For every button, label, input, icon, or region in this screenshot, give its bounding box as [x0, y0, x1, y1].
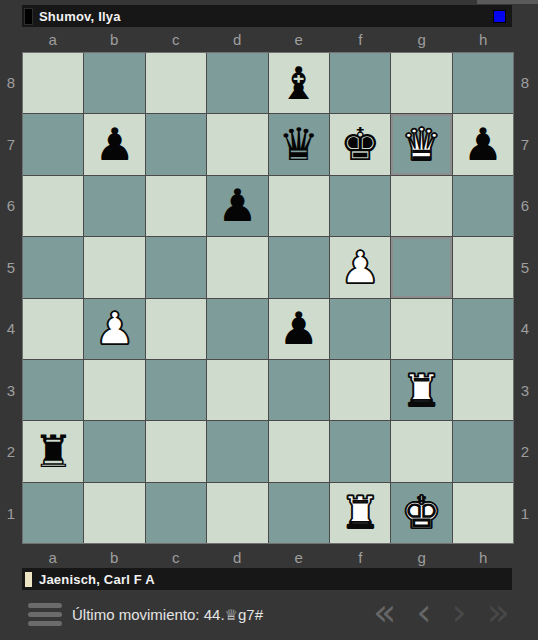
blue-square-indicator — [493, 10, 506, 23]
rank-label-5: 5 — [0, 237, 22, 299]
nav-prev-button[interactable]: ‹ — [416, 593, 431, 637]
last-move-status: Último movimiento: 44.♕g7# — [72, 606, 263, 624]
square-c8[interactable] — [146, 53, 206, 113]
black-bishop: ♝ — [279, 61, 319, 106]
black-color-indicator — [25, 9, 32, 24]
rank-label-7: 7 — [0, 114, 22, 176]
file-label-g: g — [391, 27, 453, 51]
square-d4[interactable] — [207, 299, 267, 359]
square-a1[interactable] — [23, 483, 83, 543]
square-b4[interactable]: ♟ — [84, 299, 144, 359]
square-c6[interactable] — [146, 176, 206, 236]
top-player-bar: Shumov, Ilya — [22, 5, 512, 27]
white-pawn: ♟ — [340, 245, 380, 290]
square-b6[interactable] — [84, 176, 144, 236]
square-b1[interactable] — [84, 483, 144, 543]
file-label-d: d — [207, 27, 269, 51]
square-h8[interactable] — [453, 53, 513, 113]
square-g4[interactable] — [391, 299, 451, 359]
white-queen: ♛ — [401, 122, 441, 167]
square-c5[interactable] — [146, 237, 206, 297]
square-b8[interactable] — [84, 53, 144, 113]
file-label-c: c — [145, 545, 207, 569]
menu-hamburger-icon[interactable] — [28, 603, 62, 626]
square-a7[interactable] — [23, 114, 83, 174]
rank-label-8: 8 — [0, 52, 22, 114]
square-f4[interactable] — [330, 299, 390, 359]
square-e8[interactable]: ♝ — [269, 53, 329, 113]
file-label-f: f — [330, 27, 392, 51]
square-f6[interactable] — [330, 176, 390, 236]
square-a2[interactable]: ♜ — [23, 421, 83, 481]
nav-last-button[interactable]: » — [487, 593, 510, 637]
square-h6[interactable] — [453, 176, 513, 236]
black-pawn: ♟ — [217, 183, 257, 228]
square-g3[interactable]: ♜ — [391, 360, 451, 420]
nav-next-button[interactable]: › — [452, 593, 467, 637]
white-pawn: ♟ — [94, 306, 134, 351]
square-g5[interactable] — [391, 237, 451, 297]
square-h5[interactable] — [453, 237, 513, 297]
white-rook: ♜ — [340, 490, 380, 535]
square-c3[interactable] — [146, 360, 206, 420]
square-a8[interactable] — [23, 53, 83, 113]
file-label-a: a — [22, 545, 84, 569]
square-c4[interactable] — [146, 299, 206, 359]
rank-label-2: 2 — [0, 421, 22, 483]
square-d7[interactable] — [207, 114, 267, 174]
square-e1[interactable] — [269, 483, 329, 543]
file-label-b: b — [84, 545, 146, 569]
nav-first-button[interactable]: « — [373, 593, 396, 637]
file-label-f: f — [330, 545, 392, 569]
file-label-c: c — [145, 27, 207, 51]
square-c2[interactable] — [146, 421, 206, 481]
rank-labels-left: 87654321 — [0, 52, 22, 544]
black-pawn: ♟ — [463, 122, 503, 167]
white-king: ♚ — [401, 490, 441, 535]
move-navigation: «‹›» — [373, 593, 510, 637]
square-f7[interactable]: ♚ — [330, 114, 390, 174]
square-h7[interactable]: ♟ — [453, 114, 513, 174]
square-d2[interactable] — [207, 421, 267, 481]
square-e7[interactable]: ♛ — [269, 114, 329, 174]
file-label-e: e — [268, 545, 330, 569]
black-queen: ♛ — [279, 122, 319, 167]
file-labels-top: abcdefgh — [22, 27, 514, 51]
square-h3[interactable] — [453, 360, 513, 420]
file-label-h: h — [453, 27, 515, 51]
square-e3[interactable] — [269, 360, 329, 420]
white-rook: ♜ — [401, 368, 441, 413]
file-label-g: g — [391, 545, 453, 569]
rank-label-2: 2 — [512, 421, 538, 483]
rank-label-6: 6 — [512, 175, 538, 237]
rank-label-3: 3 — [512, 360, 538, 422]
black-pawn: ♟ — [94, 122, 134, 167]
square-a5[interactable] — [23, 237, 83, 297]
square-h4[interactable] — [453, 299, 513, 359]
bottom-player-name: Jaenisch, Carl F A — [39, 572, 155, 587]
square-h1[interactable] — [453, 483, 513, 543]
top-player-name: Shumov, Ilya — [39, 9, 121, 24]
square-d8[interactable] — [207, 53, 267, 113]
rank-label-1: 1 — [0, 483, 22, 545]
bottom-controls: Último movimiento: 44.♕g7# «‹›» — [0, 589, 538, 640]
rank-label-8: 8 — [512, 52, 538, 114]
square-g8[interactable] — [391, 53, 451, 113]
rank-label-5: 5 — [512, 237, 538, 299]
square-e6[interactable] — [269, 176, 329, 236]
rank-label-4: 4 — [512, 298, 538, 360]
black-king: ♚ — [340, 122, 380, 167]
square-e5[interactable] — [269, 237, 329, 297]
black-rook: ♜ — [33, 429, 73, 474]
square-b7[interactable]: ♟ — [84, 114, 144, 174]
square-e2[interactable] — [269, 421, 329, 481]
square-c1[interactable] — [146, 483, 206, 543]
square-b5[interactable] — [84, 237, 144, 297]
bottom-player-bar: Jaenisch, Carl F A — [22, 568, 512, 590]
black-pawn: ♟ — [279, 306, 319, 351]
white-color-indicator — [25, 572, 32, 587]
file-label-d: d — [207, 545, 269, 569]
square-h2[interactable] — [453, 421, 513, 481]
square-b2[interactable] — [84, 421, 144, 481]
square-b3[interactable] — [84, 360, 144, 420]
rank-label-3: 3 — [0, 360, 22, 422]
square-a6[interactable] — [23, 176, 83, 236]
rank-label-1: 1 — [512, 483, 538, 545]
square-g1[interactable]: ♚ — [391, 483, 451, 543]
square-d6[interactable]: ♟ — [207, 176, 267, 236]
rank-label-6: 6 — [0, 175, 22, 237]
file-label-h: h — [453, 545, 515, 569]
square-e4[interactable]: ♟ — [269, 299, 329, 359]
square-g7[interactable]: ♛ — [391, 114, 451, 174]
file-labels-bottom: abcdefgh — [22, 545, 514, 569]
square-f5[interactable]: ♟ — [330, 237, 390, 297]
square-g2[interactable] — [391, 421, 451, 481]
file-label-e: e — [268, 27, 330, 51]
window-edge-sliver — [477, 0, 538, 4]
file-label-b: b — [84, 27, 146, 51]
file-label-a: a — [22, 27, 84, 51]
rank-label-4: 4 — [0, 298, 22, 360]
square-f2[interactable] — [330, 421, 390, 481]
square-c7[interactable] — [146, 114, 206, 174]
square-a3[interactable] — [23, 360, 83, 420]
rank-labels-right: 87654321 — [512, 52, 538, 544]
square-d1[interactable] — [207, 483, 267, 543]
square-g6[interactable] — [391, 176, 451, 236]
square-a4[interactable] — [23, 299, 83, 359]
rank-label-7: 7 — [512, 114, 538, 176]
square-d5[interactable] — [207, 237, 267, 297]
board: ♝♟♛♚♛♟♟♟♟♟♜♜♜♚ — [22, 52, 514, 544]
square-f1[interactable]: ♜ — [330, 483, 390, 543]
square-f3[interactable] — [330, 360, 390, 420]
square-f8[interactable] — [330, 53, 390, 113]
square-d3[interactable] — [207, 360, 267, 420]
